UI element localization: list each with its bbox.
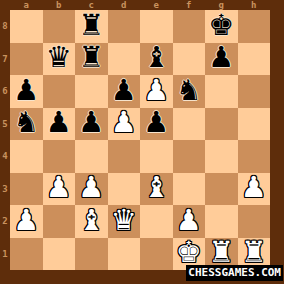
chess-board: ♜♚♛♜♝♟♟♟♟♞♞♟♟♟♟♟♟♝♟♟♝♛♟♚♜♜: [10, 10, 270, 270]
square-b1[interactable]: [43, 238, 76, 271]
square-e2[interactable]: [140, 205, 173, 238]
rank-label-6: 6: [0, 75, 10, 108]
black-knight-f6[interactable]: ♞: [176, 76, 202, 105]
square-h6[interactable]: [238, 75, 271, 108]
square-a2[interactable]: ♟: [10, 205, 43, 238]
square-h3[interactable]: ♟: [238, 173, 271, 206]
file-label-e: e: [140, 0, 173, 10]
rank-labels: 87654321: [0, 10, 10, 270]
square-c8[interactable]: ♜: [75, 10, 108, 43]
rank-label-3: 3: [0, 173, 10, 206]
square-e8[interactable]: [140, 10, 173, 43]
square-e1[interactable]: [140, 238, 173, 271]
white-rook-g1[interactable]: ♜: [208, 238, 234, 267]
square-g4[interactable]: [205, 140, 238, 173]
square-b5[interactable]: ♟: [43, 108, 76, 141]
white-pawn-d5[interactable]: ♟: [111, 108, 137, 137]
black-pawn-a6[interactable]: ♟: [13, 76, 39, 105]
square-a7[interactable]: [10, 43, 43, 76]
square-d2[interactable]: ♛: [108, 205, 141, 238]
square-a5[interactable]: ♞: [10, 108, 43, 141]
square-c4[interactable]: [75, 140, 108, 173]
square-d4[interactable]: [108, 140, 141, 173]
file-label-h: h: [238, 0, 271, 10]
square-c1[interactable]: [75, 238, 108, 271]
square-b6[interactable]: [43, 75, 76, 108]
square-f2[interactable]: ♟: [173, 205, 206, 238]
square-e5[interactable]: ♟: [140, 108, 173, 141]
rank-label-7: 7: [0, 43, 10, 76]
watermark: CHESSGAMES.COM: [186, 265, 283, 281]
black-pawn-c5[interactable]: ♟: [78, 108, 104, 137]
black-pawn-d6[interactable]: ♟: [111, 76, 137, 105]
square-g6[interactable]: [205, 75, 238, 108]
white-queen-d2[interactable]: ♛: [111, 206, 137, 235]
file-label-f: f: [173, 0, 206, 10]
file-label-a: a: [10, 0, 43, 10]
file-label-b: b: [43, 0, 76, 10]
white-pawn-f2[interactable]: ♟: [176, 206, 202, 235]
square-h8[interactable]: [238, 10, 271, 43]
square-e6[interactable]: ♟: [140, 75, 173, 108]
square-f4[interactable]: [173, 140, 206, 173]
white-rook-h1[interactable]: ♜: [241, 238, 267, 267]
white-pawn-a2[interactable]: ♟: [13, 206, 39, 235]
black-bishop-e7[interactable]: ♝: [143, 43, 169, 72]
rank-label-8: 8: [0, 10, 10, 43]
black-pawn-g7[interactable]: ♟: [208, 43, 234, 72]
square-e3[interactable]: ♝: [140, 173, 173, 206]
white-pawn-b3[interactable]: ♟: [46, 173, 72, 202]
square-h4[interactable]: [238, 140, 271, 173]
square-a1[interactable]: [10, 238, 43, 271]
square-c5[interactable]: ♟: [75, 108, 108, 141]
square-b2[interactable]: [43, 205, 76, 238]
rank-label-2: 2: [0, 205, 10, 238]
square-h2[interactable]: [238, 205, 271, 238]
black-queen-b7[interactable]: ♛: [46, 43, 72, 72]
square-f5[interactable]: [173, 108, 206, 141]
white-bishop-e3[interactable]: ♝: [143, 173, 169, 202]
square-d6[interactable]: ♟: [108, 75, 141, 108]
square-d7[interactable]: [108, 43, 141, 76]
square-f8[interactable]: [173, 10, 206, 43]
square-b4[interactable]: [43, 140, 76, 173]
square-c3[interactable]: ♟: [75, 173, 108, 206]
square-f3[interactable]: [173, 173, 206, 206]
square-f6[interactable]: ♞: [173, 75, 206, 108]
square-c2[interactable]: ♝: [75, 205, 108, 238]
rank-label-4: 4: [0, 140, 10, 173]
square-a3[interactable]: [10, 173, 43, 206]
square-c7[interactable]: ♜: [75, 43, 108, 76]
square-g3[interactable]: [205, 173, 238, 206]
square-b3[interactable]: ♟: [43, 173, 76, 206]
square-b8[interactable]: [43, 10, 76, 43]
square-g8[interactable]: ♚: [205, 10, 238, 43]
square-d3[interactable]: [108, 173, 141, 206]
square-g7[interactable]: ♟: [205, 43, 238, 76]
white-pawn-h3[interactable]: ♟: [241, 173, 267, 202]
square-e7[interactable]: ♝: [140, 43, 173, 76]
white-bishop-c2[interactable]: ♝: [78, 206, 104, 235]
square-f7[interactable]: [173, 43, 206, 76]
black-rook-c8[interactable]: ♜: [78, 11, 104, 40]
rank-label-1: 1: [0, 238, 10, 271]
square-a4[interactable]: [10, 140, 43, 173]
square-c6[interactable]: [75, 75, 108, 108]
square-h5[interactable]: [238, 108, 271, 141]
square-d8[interactable]: [108, 10, 141, 43]
black-king-g8[interactable]: ♚: [208, 11, 234, 40]
square-d1[interactable]: [108, 238, 141, 271]
white-pawn-e6[interactable]: ♟: [143, 76, 169, 105]
square-b7[interactable]: ♛: [43, 43, 76, 76]
black-pawn-e5[interactable]: ♟: [143, 108, 169, 137]
square-a6[interactable]: ♟: [10, 75, 43, 108]
square-d5[interactable]: ♟: [108, 108, 141, 141]
rank-label-5: 5: [0, 108, 10, 141]
square-a8[interactable]: [10, 10, 43, 43]
chess-diagram: abcdefgh 87654321 ♜♚♛♜♝♟♟♟♟♞♞♟♟♟♟♟♟♝♟♟♝♛…: [0, 0, 284, 284]
square-h7[interactable]: [238, 43, 271, 76]
black-knight-a5[interactable]: ♞: [13, 108, 39, 137]
square-g5[interactable]: [205, 108, 238, 141]
black-pawn-b5[interactable]: ♟: [46, 108, 72, 137]
white-king-f1[interactable]: ♚: [176, 238, 202, 267]
square-e4[interactable]: [140, 140, 173, 173]
black-rook-c7[interactable]: ♜: [78, 43, 104, 72]
file-label-d: d: [108, 0, 141, 10]
square-g2[interactable]: [205, 205, 238, 238]
white-pawn-c3[interactable]: ♟: [78, 173, 104, 202]
